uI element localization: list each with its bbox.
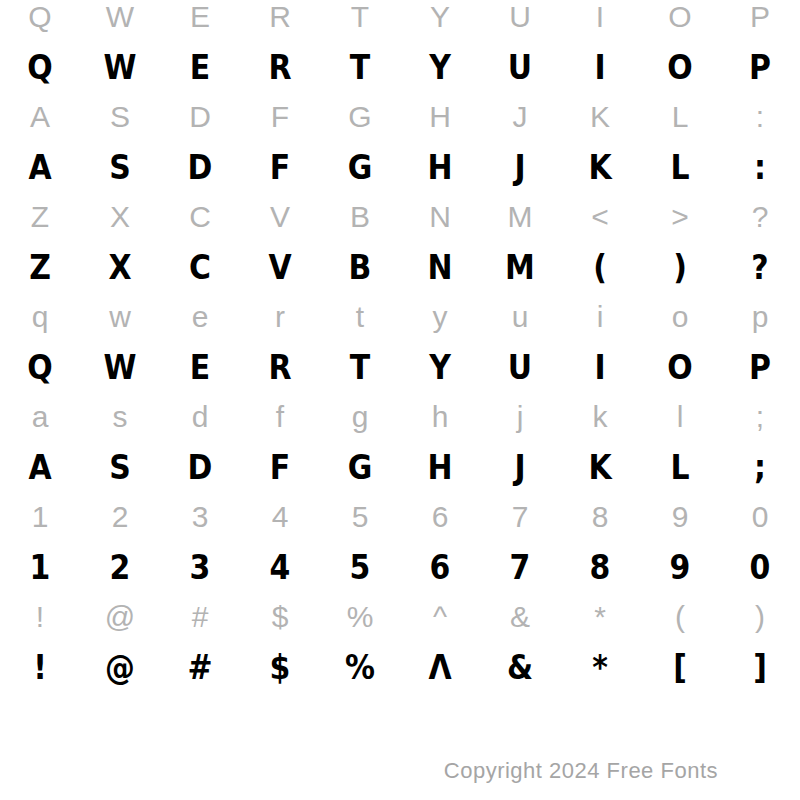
sample-glyph: K	[565, 142, 635, 192]
sample-glyph: G	[325, 142, 395, 192]
sample-glyph: 0	[725, 542, 795, 592]
reference-glyph: 8	[560, 492, 640, 542]
reference-glyph: ;	[720, 392, 800, 442]
sample-glyph: B	[325, 242, 395, 292]
sample-glyph: (	[565, 242, 635, 292]
reference-glyph: u	[480, 292, 560, 342]
reference-glyph: S	[80, 92, 160, 142]
reference-glyph: w	[80, 292, 160, 342]
sample-glyph: V	[245, 242, 315, 292]
reference-glyph: M	[480, 192, 560, 242]
reference-glyph: a	[0, 392, 80, 442]
reference-glyph: d	[160, 392, 240, 442]
sample-glyph: )	[645, 242, 715, 292]
sample-glyph: Z	[5, 242, 75, 292]
reference-glyph: &	[480, 592, 560, 642]
reference-glyph: 4	[240, 492, 320, 542]
reference-glyph: Q	[0, 0, 80, 42]
sample-glyph: Y	[405, 42, 475, 92]
sample-glyph: G	[325, 442, 395, 492]
reference-glyph: ^	[400, 592, 480, 642]
sample-glyph: @	[85, 642, 155, 692]
sample-glyph: 1	[5, 542, 75, 592]
reference-glyph: q	[0, 292, 80, 342]
sample-glyph: J	[485, 142, 555, 192]
reference-glyph: f	[240, 392, 320, 442]
reference-glyph: p	[720, 292, 800, 342]
sample-glyph: K	[565, 442, 635, 492]
sample-glyph: 4	[245, 542, 315, 592]
reference-glyph: r	[240, 292, 320, 342]
reference-glyph: J	[480, 92, 560, 142]
sample-glyph: I	[565, 342, 635, 392]
reference-glyph: s	[80, 392, 160, 442]
reference-glyph: F	[240, 92, 320, 142]
sample-glyph: #	[165, 642, 235, 692]
sample-glyph: M	[485, 242, 555, 292]
sample-glyph: T	[325, 42, 395, 92]
character-map-grid: QWERTYUIOPQWERTYUIOPASDFGHJKL:ASDFGHJKL:…	[0, 0, 800, 692]
reference-glyph: o	[640, 292, 720, 342]
sample-glyph: Λ	[405, 642, 475, 692]
reference-glyph: h	[400, 392, 480, 442]
reference-glyph: O	[640, 0, 720, 42]
reference-glyph: 7	[480, 492, 560, 542]
sample-glyph: ;	[725, 442, 795, 492]
sample-glyph: 5	[325, 542, 395, 592]
reference-glyph: e	[160, 292, 240, 342]
reference-glyph: <	[560, 192, 640, 242]
reference-glyph: #	[160, 592, 240, 642]
sample-glyph: :	[725, 142, 795, 192]
sample-glyph: U	[485, 42, 555, 92]
sample-glyph: S	[85, 442, 155, 492]
reference-glyph: C	[160, 192, 240, 242]
reference-glyph: L	[640, 92, 720, 142]
reference-glyph: g	[320, 392, 400, 442]
sample-glyph: 3	[165, 542, 235, 592]
sample-glyph: L	[645, 142, 715, 192]
sample-glyph: 7	[485, 542, 555, 592]
sample-glyph: 9	[645, 542, 715, 592]
copyright-text: Copyright 2024 Free Fonts	[444, 758, 718, 784]
reference-glyph: :	[720, 92, 800, 142]
sample-glyph: 8	[565, 542, 635, 592]
sample-glyph: P	[725, 342, 795, 392]
reference-glyph: 1	[0, 492, 80, 542]
sample-glyph: N	[405, 242, 475, 292]
sample-glyph: O	[645, 42, 715, 92]
reference-glyph: @	[80, 592, 160, 642]
reference-glyph: X	[80, 192, 160, 242]
sample-glyph: Q	[5, 42, 75, 92]
reference-glyph: !	[0, 592, 80, 642]
sample-glyph: F	[245, 142, 315, 192]
reference-glyph: K	[560, 92, 640, 142]
reference-glyph: P	[720, 0, 800, 42]
sample-glyph: $	[245, 642, 315, 692]
reference-glyph: y	[400, 292, 480, 342]
sample-glyph: P	[725, 42, 795, 92]
sample-glyph: &	[485, 642, 555, 692]
sample-glyph: ?	[725, 242, 795, 292]
reference-glyph: E	[160, 0, 240, 42]
sample-glyph: E	[165, 42, 235, 92]
sample-glyph: C	[165, 242, 235, 292]
reference-glyph: t	[320, 292, 400, 342]
reference-glyph: G	[320, 92, 400, 142]
reference-glyph: l	[640, 392, 720, 442]
reference-glyph: U	[480, 0, 560, 42]
reference-glyph: T	[320, 0, 400, 42]
reference-glyph: Y	[400, 0, 480, 42]
reference-glyph: 2	[80, 492, 160, 542]
sample-glyph: Y	[405, 342, 475, 392]
sample-glyph: J	[485, 442, 555, 492]
reference-glyph: N	[400, 192, 480, 242]
sample-glyph: H	[405, 142, 475, 192]
sample-glyph: I	[565, 42, 635, 92]
reference-glyph: i	[560, 292, 640, 342]
reference-glyph: I	[560, 0, 640, 42]
sample-glyph: A	[5, 142, 75, 192]
sample-glyph: %	[325, 642, 395, 692]
sample-glyph: D	[165, 442, 235, 492]
reference-glyph: >	[640, 192, 720, 242]
reference-glyph: B	[320, 192, 400, 242]
sample-glyph: Q	[5, 342, 75, 392]
reference-glyph: 9	[640, 492, 720, 542]
reference-glyph: $	[240, 592, 320, 642]
reference-glyph: )	[720, 592, 800, 642]
reference-glyph: %	[320, 592, 400, 642]
reference-glyph: 3	[160, 492, 240, 542]
reference-glyph: D	[160, 92, 240, 142]
reference-glyph: H	[400, 92, 480, 142]
sample-glyph: E	[165, 342, 235, 392]
sample-glyph: U	[485, 342, 555, 392]
sample-glyph: 6	[405, 542, 475, 592]
sample-glyph: !	[5, 642, 75, 692]
sample-glyph: D	[165, 142, 235, 192]
reference-glyph: V	[240, 192, 320, 242]
reference-glyph: 0	[720, 492, 800, 542]
sample-glyph: 2	[85, 542, 155, 592]
reference-glyph: Z	[0, 192, 80, 242]
sample-glyph: F	[245, 442, 315, 492]
sample-glyph: R	[245, 42, 315, 92]
reference-glyph: W	[80, 0, 160, 42]
sample-glyph: W	[85, 342, 155, 392]
reference-glyph: A	[0, 92, 80, 142]
sample-glyph: H	[405, 442, 475, 492]
sample-glyph: S	[85, 142, 155, 192]
sample-glyph: X	[85, 242, 155, 292]
reference-glyph: k	[560, 392, 640, 442]
sample-glyph: W	[85, 42, 155, 92]
reference-glyph: ?	[720, 192, 800, 242]
reference-glyph: j	[480, 392, 560, 442]
sample-glyph: [	[645, 642, 715, 692]
reference-glyph: (	[640, 592, 720, 642]
sample-glyph: R	[245, 342, 315, 392]
reference-glyph: 6	[400, 492, 480, 542]
sample-glyph: ]	[725, 642, 795, 692]
sample-glyph: A	[5, 442, 75, 492]
reference-glyph: 5	[320, 492, 400, 542]
sample-glyph: O	[645, 342, 715, 392]
sample-glyph: L	[645, 442, 715, 492]
reference-glyph: *	[560, 592, 640, 642]
sample-glyph: *	[565, 642, 635, 692]
reference-glyph: R	[240, 0, 320, 42]
sample-glyph: T	[325, 342, 395, 392]
